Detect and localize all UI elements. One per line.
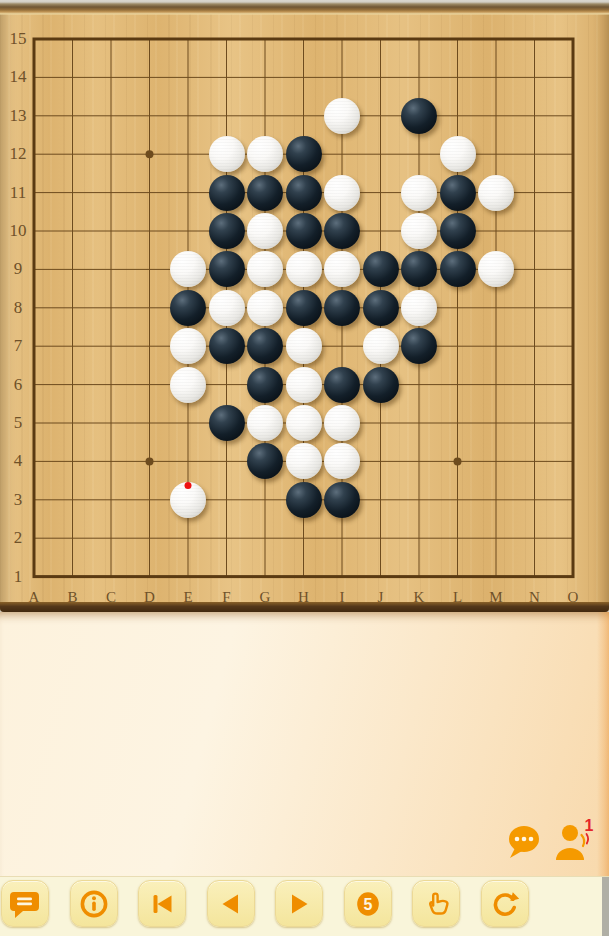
intersection-L6[interactable] bbox=[438, 365, 477, 403]
intersection-K9[interactable] bbox=[400, 250, 439, 288]
right-edge-scrollbar bbox=[602, 877, 609, 936]
intersection-I5[interactable] bbox=[323, 404, 362, 442]
row-label-14: 14 bbox=[5, 67, 31, 87]
intersection-K8[interactable] bbox=[400, 289, 439, 327]
chat-button[interactable] bbox=[1, 880, 49, 927]
col-label-F: F bbox=[213, 588, 241, 606]
row-label-7: 7 bbox=[5, 336, 31, 356]
intersection-M12[interactable] bbox=[477, 135, 516, 173]
black-stone-F10 bbox=[209, 213, 245, 249]
white-stone-E3 bbox=[170, 482, 206, 518]
intersection-H10[interactable] bbox=[284, 212, 323, 250]
black-stone-F11 bbox=[209, 175, 245, 211]
intersection-F6[interactable] bbox=[207, 365, 246, 403]
intersection-H2[interactable] bbox=[284, 519, 323, 557]
intersection-K2[interactable] bbox=[400, 519, 439, 557]
intersection-L10[interactable] bbox=[438, 212, 477, 250]
white-stone-H6 bbox=[286, 367, 322, 403]
black-stone-J8 bbox=[363, 290, 399, 326]
white-stone-G12 bbox=[247, 136, 283, 172]
intersection-O9[interactable] bbox=[554, 250, 593, 288]
intersection-C7[interactable] bbox=[92, 327, 131, 365]
intersection-F7[interactable] bbox=[207, 327, 246, 365]
intersection-C6[interactable] bbox=[92, 365, 131, 403]
intersection-B3[interactable] bbox=[53, 480, 92, 518]
intersection-L13[interactable] bbox=[438, 97, 477, 135]
intersection-M15[interactable] bbox=[477, 20, 516, 58]
intersection-O3[interactable] bbox=[554, 480, 593, 518]
intersection-M8[interactable] bbox=[477, 289, 516, 327]
intersection-J9[interactable] bbox=[361, 250, 400, 288]
row-label-13: 13 bbox=[5, 106, 31, 126]
white-stone-I9 bbox=[324, 251, 360, 287]
intersection-H6[interactable] bbox=[284, 365, 323, 403]
intersection-N14[interactable] bbox=[515, 58, 554, 96]
intersection-M14[interactable] bbox=[477, 58, 516, 96]
intersection-N7[interactable] bbox=[515, 327, 554, 365]
intersection-J8[interactable] bbox=[361, 289, 400, 327]
intersection-F15[interactable] bbox=[207, 20, 246, 58]
intersection-I3[interactable] bbox=[323, 480, 362, 518]
intersection-D3[interactable] bbox=[130, 480, 169, 518]
black-stone-I6 bbox=[324, 367, 360, 403]
user-icon[interactable]: 1 bbox=[550, 818, 600, 870]
intersection-I8[interactable] bbox=[323, 289, 362, 327]
intersection-E14[interactable] bbox=[169, 58, 208, 96]
intersection-J14[interactable] bbox=[361, 58, 400, 96]
intersection-L9[interactable] bbox=[438, 250, 477, 288]
intersection-J11[interactable] bbox=[361, 173, 400, 211]
intersection-C5[interactable] bbox=[92, 404, 131, 442]
intersection-E6[interactable] bbox=[169, 365, 208, 403]
intersection-N13[interactable] bbox=[515, 97, 554, 135]
row-label-3: 3 bbox=[5, 490, 31, 510]
intersection-O7[interactable] bbox=[554, 327, 593, 365]
white-stone-I5 bbox=[324, 405, 360, 441]
intersection-G14[interactable] bbox=[246, 58, 285, 96]
intersection-B2[interactable] bbox=[53, 519, 92, 557]
intersection-M7[interactable] bbox=[477, 327, 516, 365]
white-stone-E7 bbox=[170, 328, 206, 364]
intersection-K14[interactable] bbox=[400, 58, 439, 96]
intersection-C10[interactable] bbox=[92, 212, 131, 250]
white-stone-H9 bbox=[286, 251, 322, 287]
user-badge: 1 bbox=[585, 818, 594, 834]
intersection-G13[interactable] bbox=[246, 97, 285, 135]
intersection-F14[interactable] bbox=[207, 58, 246, 96]
black-stone-E8 bbox=[170, 290, 206, 326]
intersection-F5[interactable] bbox=[207, 404, 246, 442]
intersection-L3[interactable] bbox=[438, 480, 477, 518]
intersection-F2[interactable] bbox=[207, 519, 246, 557]
intersection-E2[interactable] bbox=[169, 519, 208, 557]
black-stone-L9 bbox=[440, 251, 476, 287]
intersection-D15[interactable] bbox=[130, 20, 169, 58]
intersection-O4[interactable] bbox=[554, 442, 593, 480]
intersection-F9[interactable] bbox=[207, 250, 246, 288]
intersection-O11[interactable] bbox=[554, 173, 593, 211]
intersection-G12[interactable] bbox=[246, 135, 285, 173]
intersection-J3[interactable] bbox=[361, 480, 400, 518]
intersection-H9[interactable] bbox=[284, 250, 323, 288]
intersection-B8[interactable] bbox=[53, 289, 92, 327]
intersection-I4[interactable] bbox=[323, 442, 362, 480]
intersection-F8[interactable] bbox=[207, 289, 246, 327]
intersection-N5[interactable] bbox=[515, 404, 554, 442]
row-label-12: 12 bbox=[5, 144, 31, 164]
black-stone-G7 bbox=[247, 328, 283, 364]
black-stone-H8 bbox=[286, 290, 322, 326]
intersection-N12[interactable] bbox=[515, 135, 554, 173]
intersection-I6[interactable] bbox=[323, 365, 362, 403]
intersection-B5[interactable] bbox=[53, 404, 92, 442]
white-stone-K10 bbox=[401, 213, 437, 249]
white-stone-I13 bbox=[324, 98, 360, 134]
intersection-C3[interactable] bbox=[92, 480, 131, 518]
intersection-M2[interactable] bbox=[477, 519, 516, 557]
white-stone-G10 bbox=[247, 213, 283, 249]
intersection-E15[interactable] bbox=[169, 20, 208, 58]
intersection-N9[interactable] bbox=[515, 250, 554, 288]
black-stone-K13 bbox=[401, 98, 437, 134]
black-stone-F5 bbox=[209, 405, 245, 441]
row-label-11: 11 bbox=[5, 183, 31, 203]
intersection-C12[interactable] bbox=[92, 135, 131, 173]
intersection-O14[interactable] bbox=[554, 58, 593, 96]
intersection-L15[interactable] bbox=[438, 20, 477, 58]
intersection-D5[interactable] bbox=[130, 404, 169, 442]
col-label-O: O bbox=[559, 588, 587, 606]
intersection-D10[interactable] bbox=[130, 212, 169, 250]
col-label-H: H bbox=[290, 588, 318, 606]
intersection-J5[interactable] bbox=[361, 404, 400, 442]
step-forward-button[interactable] bbox=[275, 880, 323, 927]
intersection-N4[interactable] bbox=[515, 442, 554, 480]
intersection-B12[interactable] bbox=[53, 135, 92, 173]
white-stone-H7 bbox=[286, 328, 322, 364]
white-stone-K11 bbox=[401, 175, 437, 211]
app-window: 151413121110987654321 ABCDEFGHIJKLMNO 1 bbox=[0, 0, 609, 936]
white-stone-H4 bbox=[286, 443, 322, 479]
black-stone-K7 bbox=[401, 328, 437, 364]
intersection-N15[interactable] bbox=[515, 20, 554, 58]
intersection-I15[interactable] bbox=[323, 20, 362, 58]
intersection-O15[interactable] bbox=[554, 20, 593, 58]
intersection-G4[interactable] bbox=[246, 442, 285, 480]
intersection-D11[interactable] bbox=[130, 173, 169, 211]
black-stone-F9 bbox=[209, 251, 245, 287]
place-stone-mode-button[interactable] bbox=[412, 880, 460, 927]
intersection-O10[interactable] bbox=[554, 212, 593, 250]
intersection-E5[interactable] bbox=[169, 404, 208, 442]
intersection-B15[interactable] bbox=[53, 20, 92, 58]
intersection-G10[interactable] bbox=[246, 212, 285, 250]
row-label-2: 2 bbox=[5, 528, 31, 548]
intersection-M13[interactable] bbox=[477, 97, 516, 135]
intersection-I13[interactable] bbox=[323, 97, 362, 135]
intersection-M10[interactable] bbox=[477, 212, 516, 250]
move-counter-button[interactable]: 5 bbox=[344, 880, 392, 927]
white-stone-L12 bbox=[440, 136, 476, 172]
intersection-K15[interactable] bbox=[400, 20, 439, 58]
black-stone-H11 bbox=[286, 175, 322, 211]
intersection-I9[interactable] bbox=[323, 250, 362, 288]
col-label-E: E bbox=[174, 588, 202, 606]
black-stone-L10 bbox=[440, 213, 476, 249]
intersection-J7[interactable] bbox=[361, 327, 400, 365]
intersection-B7[interactable] bbox=[53, 327, 92, 365]
intersection-C9[interactable] bbox=[92, 250, 131, 288]
intersection-O13[interactable] bbox=[554, 97, 593, 135]
intersection-H14[interactable] bbox=[284, 58, 323, 96]
intersection-I14[interactable] bbox=[323, 58, 362, 96]
row-label-15: 15 bbox=[5, 29, 31, 49]
black-stone-F7 bbox=[209, 328, 245, 364]
intersection-J10[interactable] bbox=[361, 212, 400, 250]
black-stone-J9 bbox=[363, 251, 399, 287]
intersection-D9[interactable] bbox=[130, 250, 169, 288]
intersection-D6[interactable] bbox=[130, 365, 169, 403]
intersection-E11[interactable] bbox=[169, 173, 208, 211]
intersection-F4[interactable] bbox=[207, 442, 246, 480]
intersection-L2[interactable] bbox=[438, 519, 477, 557]
black-stone-G6 bbox=[247, 367, 283, 403]
intersection-I2[interactable] bbox=[323, 519, 362, 557]
intersection-J4[interactable] bbox=[361, 442, 400, 480]
white-stone-M9 bbox=[478, 251, 514, 287]
black-stone-L11 bbox=[440, 175, 476, 211]
intersection-H4[interactable] bbox=[284, 442, 323, 480]
col-label-B: B bbox=[59, 588, 87, 606]
intersection-G7[interactable] bbox=[246, 327, 285, 365]
intersection-G3[interactable] bbox=[246, 480, 285, 518]
board-grid bbox=[15, 20, 593, 596]
toolbar: 5 bbox=[0, 876, 609, 936]
intersection-C11[interactable] bbox=[92, 173, 131, 211]
black-stone-H3 bbox=[286, 482, 322, 518]
black-stone-G11 bbox=[247, 175, 283, 211]
intersection-B14[interactable] bbox=[53, 58, 92, 96]
intersection-G6[interactable] bbox=[246, 365, 285, 403]
intersection-G11[interactable] bbox=[246, 173, 285, 211]
intersection-G2[interactable] bbox=[246, 519, 285, 557]
intersection-F10[interactable] bbox=[207, 212, 246, 250]
intersection-J6[interactable] bbox=[361, 365, 400, 403]
intersection-K11[interactable] bbox=[400, 173, 439, 211]
intersection-L12[interactable] bbox=[438, 135, 477, 173]
intersection-J12[interactable] bbox=[361, 135, 400, 173]
row-label-5: 5 bbox=[5, 413, 31, 433]
row-label-10: 10 bbox=[5, 221, 31, 241]
intersection-K12[interactable] bbox=[400, 135, 439, 173]
white-stone-I11 bbox=[324, 175, 360, 211]
intersection-M3[interactable] bbox=[477, 480, 516, 518]
white-stone-F12 bbox=[209, 136, 245, 172]
step-back-button[interactable] bbox=[207, 880, 255, 927]
intersection-E10[interactable] bbox=[169, 212, 208, 250]
col-label-C: C bbox=[97, 588, 125, 606]
intersection-K3[interactable] bbox=[400, 480, 439, 518]
col-label-N: N bbox=[521, 588, 549, 606]
intersection-C15[interactable] bbox=[92, 20, 131, 58]
intersection-H8[interactable] bbox=[284, 289, 323, 327]
intersection-I12[interactable] bbox=[323, 135, 362, 173]
col-label-D: D bbox=[136, 588, 164, 606]
intersection-D8[interactable] bbox=[130, 289, 169, 327]
white-stone-G8 bbox=[247, 290, 283, 326]
intersection-H3[interactable] bbox=[284, 480, 323, 518]
intersection-N6[interactable] bbox=[515, 365, 554, 403]
intersection-N8[interactable] bbox=[515, 289, 554, 327]
white-stone-I4 bbox=[324, 443, 360, 479]
intersection-H11[interactable] bbox=[284, 173, 323, 211]
row-label-4: 4 bbox=[5, 451, 31, 471]
black-stone-H10 bbox=[286, 213, 322, 249]
intersection-E12[interactable] bbox=[169, 135, 208, 173]
intersection-K4[interactable] bbox=[400, 442, 439, 480]
intersection-K5[interactable] bbox=[400, 404, 439, 442]
col-label-A: A bbox=[20, 588, 48, 606]
intersection-O6[interactable] bbox=[554, 365, 593, 403]
black-stone-K9 bbox=[401, 251, 437, 287]
restart-button[interactable] bbox=[481, 880, 529, 927]
white-stone-G9 bbox=[247, 251, 283, 287]
intersection-O5[interactable] bbox=[554, 404, 593, 442]
intersection-F12[interactable] bbox=[207, 135, 246, 173]
intersection-E8[interactable] bbox=[169, 289, 208, 327]
col-label-K: K bbox=[405, 588, 433, 606]
intersection-E9[interactable] bbox=[169, 250, 208, 288]
white-stone-M11 bbox=[478, 175, 514, 211]
intersection-B6[interactable] bbox=[53, 365, 92, 403]
intersection-H15[interactable] bbox=[284, 20, 323, 58]
intersection-L5[interactable] bbox=[438, 404, 477, 442]
intersection-C14[interactable] bbox=[92, 58, 131, 96]
intersection-E4[interactable] bbox=[169, 442, 208, 480]
intersection-O12[interactable] bbox=[554, 135, 593, 173]
col-label-I: I bbox=[328, 588, 356, 606]
white-stone-E9 bbox=[170, 251, 206, 287]
intersection-L14[interactable] bbox=[438, 58, 477, 96]
intersection-G15[interactable] bbox=[246, 20, 285, 58]
intersection-F11[interactable] bbox=[207, 173, 246, 211]
black-stone-J6 bbox=[363, 367, 399, 403]
intersection-H12[interactable] bbox=[284, 135, 323, 173]
intersection-J15[interactable] bbox=[361, 20, 400, 58]
skip-to-start-button[interactable] bbox=[138, 880, 186, 927]
intersection-B13[interactable] bbox=[53, 97, 92, 135]
chat-ellipsis-icon[interactable] bbox=[504, 824, 542, 864]
intersection-N11[interactable] bbox=[515, 173, 554, 211]
intersection-K7[interactable] bbox=[400, 327, 439, 365]
intersection-B9[interactable] bbox=[53, 250, 92, 288]
black-stone-G4 bbox=[247, 443, 283, 479]
intersection-G5[interactable] bbox=[246, 404, 285, 442]
gomoku-board: 151413121110987654321 ABCDEFGHIJKLMNO bbox=[0, 0, 609, 612]
intersection-D13[interactable] bbox=[130, 97, 169, 135]
intersection-M11[interactable] bbox=[477, 173, 516, 211]
last-move-marker bbox=[185, 482, 192, 489]
row-label-6: 6 bbox=[5, 375, 31, 395]
col-label-M: M bbox=[482, 588, 510, 606]
intersection-L11[interactable] bbox=[438, 173, 477, 211]
intersection-E3[interactable] bbox=[169, 480, 208, 518]
intersection-C8[interactable] bbox=[92, 289, 131, 327]
intersection-J13[interactable] bbox=[361, 97, 400, 135]
info-button[interactable] bbox=[70, 880, 118, 927]
intersection-F13[interactable] bbox=[207, 97, 246, 135]
black-stone-H12 bbox=[286, 136, 322, 172]
intersection-B10[interactable] bbox=[53, 212, 92, 250]
row-label-1: 1 bbox=[5, 567, 31, 587]
intersection-J2[interactable] bbox=[361, 519, 400, 557]
col-label-G: G bbox=[251, 588, 279, 606]
intersection-L4[interactable] bbox=[438, 442, 477, 480]
white-stone-H5 bbox=[286, 405, 322, 441]
intersection-L8[interactable] bbox=[438, 289, 477, 327]
intersection-G9[interactable] bbox=[246, 250, 285, 288]
intersection-D2[interactable] bbox=[130, 519, 169, 557]
intersection-N2[interactable] bbox=[515, 519, 554, 557]
intersection-M5[interactable] bbox=[477, 404, 516, 442]
intersection-I7[interactable] bbox=[323, 327, 362, 365]
intersection-H13[interactable] bbox=[284, 97, 323, 135]
black-stone-I10 bbox=[324, 213, 360, 249]
row-label-9: 9 bbox=[5, 259, 31, 279]
white-stone-E6 bbox=[170, 367, 206, 403]
intersection-N3[interactable] bbox=[515, 480, 554, 518]
intersection-M6[interactable] bbox=[477, 365, 516, 403]
col-label-L: L bbox=[444, 588, 472, 606]
intersection-O2[interactable] bbox=[554, 519, 593, 557]
intersection-C13[interactable] bbox=[92, 97, 131, 135]
white-stone-F8 bbox=[209, 290, 245, 326]
intersection-F3[interactable] bbox=[207, 480, 246, 518]
intersection-D4[interactable] bbox=[130, 442, 169, 480]
intersection-M4[interactable] bbox=[477, 442, 516, 480]
intersection-D14[interactable] bbox=[130, 58, 169, 96]
intersection-K6[interactable] bbox=[400, 365, 439, 403]
intersection-G8[interactable] bbox=[246, 289, 285, 327]
black-stone-I8 bbox=[324, 290, 360, 326]
intersection-K10[interactable] bbox=[400, 212, 439, 250]
intersection-H5[interactable] bbox=[284, 404, 323, 442]
black-stone-I3 bbox=[324, 482, 360, 518]
intersection-C2[interactable] bbox=[92, 519, 131, 557]
intersection-B11[interactable] bbox=[53, 173, 92, 211]
intersection-I10[interactable] bbox=[323, 212, 362, 250]
intersection-E13[interactable] bbox=[169, 97, 208, 135]
intersection-K13[interactable] bbox=[400, 97, 439, 135]
intersection-I11[interactable] bbox=[323, 173, 362, 211]
intersection-D12[interactable] bbox=[130, 135, 169, 173]
col-label-J: J bbox=[367, 588, 395, 606]
svg-text:5: 5 bbox=[363, 895, 372, 912]
white-stone-K8 bbox=[401, 290, 437, 326]
white-stone-G5 bbox=[247, 405, 283, 441]
intersection-M9[interactable] bbox=[477, 250, 516, 288]
intersection-L7[interactable] bbox=[438, 327, 477, 365]
row-label-8: 8 bbox=[5, 298, 31, 318]
intersection-O8[interactable] bbox=[554, 289, 593, 327]
intersection-E7[interactable] bbox=[169, 327, 208, 365]
intersection-C4[interactable] bbox=[92, 442, 131, 480]
intersection-D7[interactable] bbox=[130, 327, 169, 365]
intersection-H7[interactable] bbox=[284, 327, 323, 365]
white-stone-J7 bbox=[363, 328, 399, 364]
intersection-N10[interactable] bbox=[515, 212, 554, 250]
intersection-B4[interactable] bbox=[53, 442, 92, 480]
